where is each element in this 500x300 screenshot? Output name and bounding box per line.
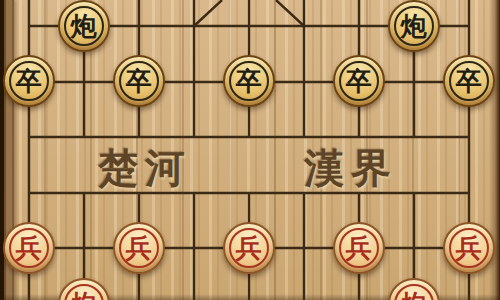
piece-black-cannon[interactable]: 炮 — [58, 0, 110, 52]
piece-red-soldier[interactable]: 兵 — [443, 222, 495, 274]
piece-red-cannon[interactable]: 炮 — [388, 278, 440, 300]
piece-red-soldier[interactable]: 兵 — [223, 222, 275, 274]
piece-red-soldier[interactable]: 兵 — [3, 222, 55, 274]
piece-black-cannon[interactable]: 炮 — [388, 0, 440, 52]
piece-black-soldier[interactable]: 卒 — [443, 55, 495, 107]
piece-grid: 炮炮卒卒卒卒卒兵兵兵兵兵炮炮 — [1, 0, 496, 300]
xiangqi-board[interactable]: 楚河 漢界 炮炮卒卒卒卒卒兵兵兵兵兵炮炮 — [0, 0, 500, 300]
piece-red-soldier[interactable]: 兵 — [113, 222, 165, 274]
piece-red-soldier[interactable]: 兵 — [333, 222, 385, 274]
piece-black-soldier[interactable]: 卒 — [113, 55, 165, 107]
piece-black-soldier[interactable]: 卒 — [223, 55, 275, 107]
piece-red-cannon[interactable]: 炮 — [58, 278, 110, 300]
piece-black-soldier[interactable]: 卒 — [333, 55, 385, 107]
piece-black-soldier[interactable]: 卒 — [3, 55, 55, 107]
